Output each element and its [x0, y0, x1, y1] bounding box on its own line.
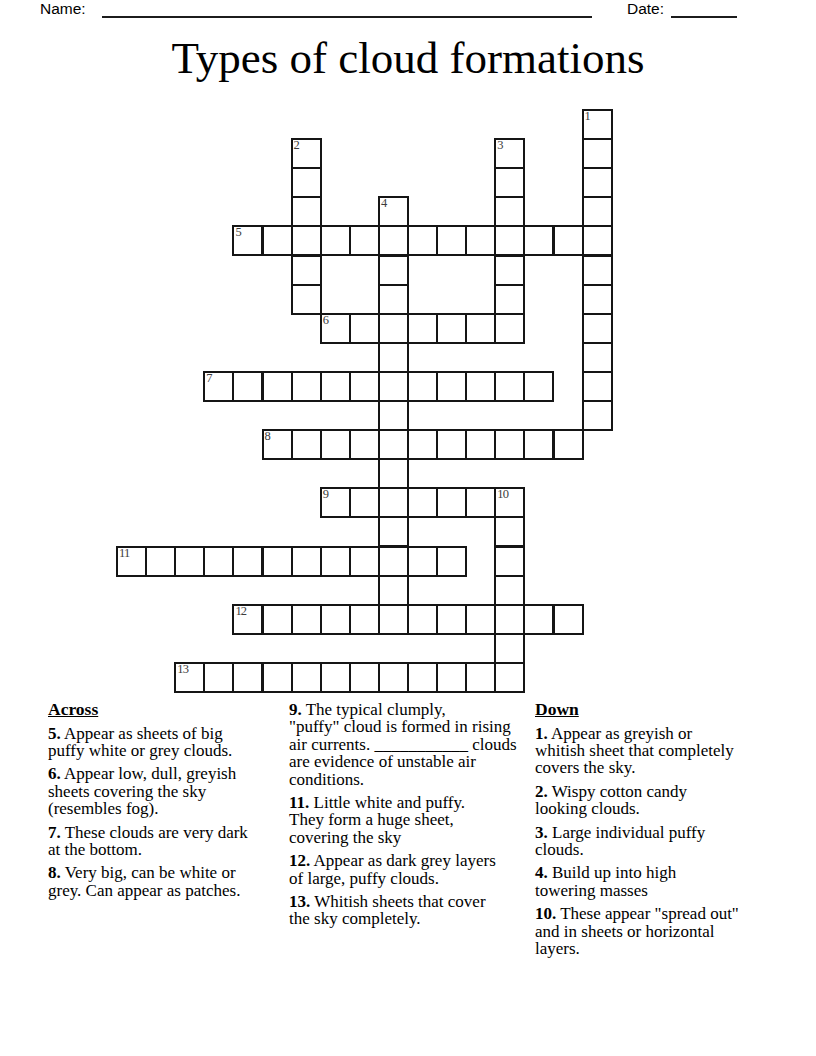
- grid-cell-r5-c6[interactable]: [291, 255, 322, 286]
- grid-cell-r19-c6[interactable]: [291, 662, 322, 693]
- grid-cell-r14-c9[interactable]: [378, 516, 409, 547]
- clue-down-3: 3. Large individual puffy clouds.: [535, 824, 773, 859]
- grid-cell-r4-c13[interactable]: [494, 225, 525, 256]
- grid-cell-r19-c12[interactable]: [465, 662, 496, 693]
- grid-cell-r5-c9[interactable]: [378, 255, 409, 286]
- name-label: Name:: [40, 0, 86, 18]
- grid-cell-r3-c6[interactable]: [291, 196, 322, 227]
- grid-cell-r5-c16[interactable]: [582, 255, 613, 286]
- grid-cell-r17-c14[interactable]: [523, 604, 554, 635]
- grid-cell-r13-c10[interactable]: [407, 487, 438, 518]
- grid-cell-r9-c10[interactable]: [407, 371, 438, 402]
- grid-cell-r2-c6[interactable]: [291, 167, 322, 198]
- down-header: Down: [535, 701, 773, 719]
- grid-cell-r19-c10[interactable]: [407, 662, 438, 693]
- grid-cell-r15-c8[interactable]: [349, 546, 380, 577]
- grid-cell-r17-c9[interactable]: [378, 604, 409, 635]
- grid-cell-r11-c9[interactable]: [378, 429, 409, 460]
- grid-cell-r19-c9[interactable]: [378, 662, 409, 693]
- grid-cell-r16-c13[interactable]: [494, 575, 525, 606]
- grid-cell-r15-c7[interactable]: [320, 546, 351, 577]
- grid-cell-r4-c7[interactable]: [320, 225, 351, 256]
- grid-cell-r17-c4[interactable]: 12: [232, 604, 263, 635]
- grid-cell-r19-c3[interactable]: [203, 662, 234, 693]
- grid-cell-r9-c3[interactable]: 7: [203, 371, 234, 402]
- clue-across-6: 6. Appear low, dull, greyish sheets cove…: [48, 765, 278, 817]
- grid-cell-r11-c15[interactable]: [553, 429, 584, 460]
- grid-cell-r14-c13[interactable]: [494, 516, 525, 547]
- clue-across-7: 7. These clouds are very dark at the bot…: [48, 824, 278, 859]
- name-blank-line: [102, 0, 592, 18]
- grid-cell-r6-c6[interactable]: [291, 284, 322, 315]
- grid-cell-r7-c10[interactable]: [407, 313, 438, 344]
- clue-down-1: 1. Appear as greyish or whitish sheet th…: [535, 725, 773, 777]
- grid-cell-r13-c9[interactable]: [378, 487, 409, 518]
- clues-column-down: Down 1. Appear as greyish or whitish she…: [535, 701, 773, 963]
- grid-cell-r17-c7[interactable]: [320, 604, 351, 635]
- grid-cell-r4-c5[interactable]: [262, 225, 293, 256]
- grid-cell-r9-c16[interactable]: [582, 371, 613, 402]
- clue-number-10: 10: [497, 488, 508, 500]
- clues-column-across: Across 5. Appear as sheets of big puffy …: [48, 701, 278, 905]
- grid-cell-r9-c5[interactable]: [262, 371, 293, 402]
- grid-cell-r4-c16[interactable]: [582, 225, 613, 256]
- grid-cell-r19-c7[interactable]: [320, 662, 351, 693]
- grid-cell-r7-c8[interactable]: [349, 313, 380, 344]
- grid-cell-r16-c9[interactable]: [378, 575, 409, 606]
- grid-cell-r1-c6[interactable]: 2: [291, 138, 322, 169]
- grid-cell-r13-c12[interactable]: [465, 487, 496, 518]
- date-label: Date:: [627, 0, 664, 18]
- grid-cell-r15-c3[interactable]: [203, 546, 234, 577]
- grid-cell-r19-c11[interactable]: [436, 662, 467, 693]
- grid-cell-r9-c14[interactable]: [523, 371, 554, 402]
- grid-cell-r11-c11[interactable]: [436, 429, 467, 460]
- grid-cell-r9-c11[interactable]: [436, 371, 467, 402]
- grid-cell-r10-c16[interactable]: [582, 400, 613, 431]
- grid-cell-r15-c10[interactable]: [407, 546, 438, 577]
- grid-cell-r9-c9[interactable]: [378, 371, 409, 402]
- clue-down-2: 2. Wispy cotton candy looking clouds.: [535, 783, 773, 818]
- grid-cell-r11-c10[interactable]: [407, 429, 438, 460]
- grid-cell-r17-c11[interactable]: [436, 604, 467, 635]
- grid-cell-r3-c13[interactable]: [494, 196, 525, 227]
- grid-cell-r7-c16[interactable]: [582, 313, 613, 344]
- clue-number-1: 1: [585, 110, 590, 122]
- clue-across-13: 13. Whitish sheets that cover the sky co…: [289, 893, 527, 928]
- clue-across-5: 5. Appear as sheets of big puffy white o…: [48, 725, 278, 760]
- grid-cell-r9-c8[interactable]: [349, 371, 380, 402]
- clue-number-6: 6: [323, 314, 328, 326]
- grid-cell-r4-c4[interactable]: 5: [232, 225, 263, 256]
- crossword-worksheet: { "game": "crossword", "title": "Types o…: [0, 0, 816, 1056]
- grid-cell-r15-c0[interactable]: 11: [116, 546, 147, 577]
- grid-cell-r4-c8[interactable]: [349, 225, 380, 256]
- clue-number-13: 13: [177, 663, 188, 675]
- grid-cell-r17-c8[interactable]: [349, 604, 380, 635]
- grid-cell-r4-c15[interactable]: [553, 225, 584, 256]
- grid-cell-r10-c9[interactable]: [378, 400, 409, 431]
- clue-across-8: 8. Very big, can be white or grey. Can a…: [48, 864, 278, 899]
- clues-column-across-continued: 9. The typical clumply, "puffy" cloud is…: [289, 701, 527, 934]
- across-header: Across: [48, 701, 278, 719]
- grid-cell-r11-c8[interactable]: [349, 429, 380, 460]
- grid-cell-r4-c12[interactable]: [465, 225, 496, 256]
- grid-cell-r1-c16[interactable]: [582, 138, 613, 169]
- grid-cell-r13-c11[interactable]: [436, 487, 467, 518]
- grid-cell-r4-c9[interactable]: [378, 225, 409, 256]
- grid-cell-r19-c5[interactable]: [262, 662, 293, 693]
- grid-cell-r13-c8[interactable]: [349, 487, 380, 518]
- grid-cell-r17-c12[interactable]: [465, 604, 496, 635]
- grid-cell-r3-c9[interactable]: 4: [378, 196, 409, 227]
- clue-number-12: 12: [235, 605, 246, 617]
- grid-cell-r6-c13[interactable]: [494, 284, 525, 315]
- grid-cell-r19-c4[interactable]: [232, 662, 263, 693]
- grid-cell-r8-c16[interactable]: [582, 342, 613, 373]
- grid-cell-r7-c12[interactable]: [465, 313, 496, 344]
- grid-cell-r15-c5[interactable]: [262, 546, 293, 577]
- grid-cell-r9-c7[interactable]: [320, 371, 351, 402]
- grid-cell-r11-c7[interactable]: [320, 429, 351, 460]
- grid-cell-r17-c10[interactable]: [407, 604, 438, 635]
- grid-cell-r15-c13[interactable]: [494, 546, 525, 577]
- grid-cell-r0-c16[interactable]: 1: [582, 109, 613, 140]
- grid-cell-r17-c13[interactable]: [494, 604, 525, 635]
- grid-cell-r2-c13[interactable]: [494, 167, 525, 198]
- grid-cell-r15-c9[interactable]: [378, 546, 409, 577]
- grid-cell-r11-c14[interactable]: [523, 429, 554, 460]
- grid-cell-r19-c2[interactable]: 13: [174, 662, 205, 693]
- clue-number-9: 9: [323, 488, 328, 500]
- grid-cell-r11-c12[interactable]: [465, 429, 496, 460]
- clue-across-12: 12. Appear as dark grey layers of large,…: [289, 852, 527, 887]
- clue-down-10: 10. These appear "spread out" and in she…: [535, 905, 773, 957]
- clue-number-11: 11: [119, 547, 129, 559]
- grid-cell-r15-c4[interactable]: [232, 546, 263, 577]
- grid-cell-r17-c6[interactable]: [291, 604, 322, 635]
- clue-across-11: 11. Little white and puffy. They form a …: [289, 794, 527, 846]
- grid-cell-r17-c15[interactable]: [553, 604, 584, 635]
- grid-cell-r4-c11[interactable]: [436, 225, 467, 256]
- clue-across-9: 9. The typical clumply, "puffy" cloud is…: [289, 701, 527, 788]
- grid-cell-r9-c4[interactable]: [232, 371, 263, 402]
- grid-cell-r13-c7[interactable]: 9: [320, 487, 351, 518]
- grid-cell-r15-c2[interactable]: [174, 546, 205, 577]
- grid-cell-r6-c9[interactable]: [378, 284, 409, 315]
- clue-down-4: 4. Build up into high towering masses: [535, 864, 773, 899]
- grid-cell-r9-c6[interactable]: [291, 371, 322, 402]
- grid-cell-r19-c13[interactable]: [494, 662, 525, 693]
- grid-cell-r15-c11[interactable]: [436, 546, 467, 577]
- grid-cell-r11-c6[interactable]: [291, 429, 322, 460]
- clue-number-5: 5: [235, 226, 240, 238]
- grid-cell-r5-c13[interactable]: [494, 255, 525, 286]
- grid-cell-r9-c13[interactable]: [494, 371, 525, 402]
- grid-cell-r4-c14[interactable]: [523, 225, 554, 256]
- grid-cell-r9-c12[interactable]: [465, 371, 496, 402]
- grid-cell-r3-c16[interactable]: [582, 196, 613, 227]
- grid-cell-r13-c13[interactable]: 10: [494, 487, 525, 518]
- grid-cell-r18-c13[interactable]: [494, 633, 525, 664]
- grid-cell-r7-c9[interactable]: [378, 313, 409, 344]
- clue-number-4: 4: [381, 197, 386, 209]
- grid-cell-r12-c9[interactable]: [378, 458, 409, 489]
- page-title: Types of cloud formations: [0, 33, 816, 85]
- grid-cell-r4-c6[interactable]: [291, 225, 322, 256]
- grid-cell-r11-c5[interactable]: 8: [262, 429, 293, 460]
- grid-cell-r6-c16[interactable]: [582, 284, 613, 315]
- clue-number-3: 3: [497, 139, 502, 151]
- grid-cell-r11-c13[interactable]: [494, 429, 525, 460]
- grid-cell-r7-c11[interactable]: [436, 313, 467, 344]
- clue-number-7: 7: [206, 372, 211, 384]
- grid-cell-r15-c1[interactable]: [145, 546, 176, 577]
- clue-number-2: 2: [294, 139, 299, 151]
- grid-cell-r7-c7[interactable]: 6: [320, 313, 351, 344]
- clue-number-8: 8: [265, 430, 270, 442]
- grid-cell-r7-c13[interactable]: [494, 313, 525, 344]
- grid-cell-r15-c6[interactable]: [291, 546, 322, 577]
- grid-cell-r19-c8[interactable]: [349, 662, 380, 693]
- grid-cell-r17-c5[interactable]: [262, 604, 293, 635]
- date-blank-line: [671, 0, 737, 18]
- grid-cell-r8-c9[interactable]: [378, 342, 409, 373]
- grid-cell-r4-c10[interactable]: [407, 225, 438, 256]
- crossword-grid: 12345678910111213: [117, 110, 613, 693]
- grid-cell-r1-c13[interactable]: 3: [494, 138, 525, 169]
- grid-cell-r2-c16[interactable]: [582, 167, 613, 198]
